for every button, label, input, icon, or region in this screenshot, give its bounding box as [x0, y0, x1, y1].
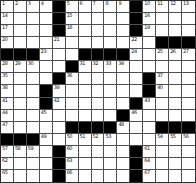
- cell-r1c6[interactable]: 5: [66, 1, 79, 13]
- cell-r6c7[interactable]: 31: [79, 61, 92, 73]
- cell-r5c12[interactable]: [143, 49, 156, 61]
- block-r8c12: [143, 85, 156, 97]
- cell-r12c13[interactable]: 54: [156, 134, 169, 146]
- cell-r12c15[interactable]: 56: [182, 134, 195, 146]
- cell-r1c4[interactable]: 4: [40, 1, 53, 13]
- clue-number: 19: [144, 25, 149, 30]
- block-r11c6: [66, 122, 79, 134]
- cell-r3c2[interactable]: [14, 25, 27, 37]
- block-r13c11: [130, 146, 143, 158]
- clue-number: 44: [2, 110, 7, 115]
- cell-r5c11[interactable]: 24: [130, 49, 143, 61]
- cell-r13c3[interactable]: 59: [27, 146, 40, 158]
- cell-r4c7[interactable]: [79, 37, 92, 49]
- cell-r6c5[interactable]: [53, 61, 66, 73]
- cell-r3c6[interactable]: 18: [66, 25, 79, 37]
- cell-r6c12[interactable]: [143, 61, 156, 73]
- cell-r2c3[interactable]: [27, 13, 40, 25]
- cell-r2c7[interactable]: [79, 13, 92, 25]
- cell-r8c13[interactable]: 40: [156, 85, 169, 97]
- cell-r6c13[interactable]: [156, 61, 169, 73]
- cell-r6c8[interactable]: 32: [92, 61, 105, 73]
- clue-number: 63: [67, 158, 72, 163]
- cell-r2c10[interactable]: [117, 13, 130, 25]
- cell-r7c15[interactable]: [182, 73, 195, 85]
- clue-number: 21: [54, 37, 59, 42]
- clue-number: 37: [157, 73, 162, 78]
- block-r11c9: [104, 122, 117, 134]
- cell-r14c8[interactable]: [92, 158, 105, 170]
- cell-r11c3[interactable]: [27, 122, 40, 134]
- block-r3c11: [130, 25, 143, 37]
- cell-r8c1[interactable]: 38: [1, 85, 14, 97]
- cell-r4c8[interactable]: [92, 37, 105, 49]
- clue-number: 4: [41, 1, 44, 6]
- clue-number: 46: [131, 110, 136, 115]
- cell-r7c9[interactable]: [104, 73, 117, 85]
- cell-r14c10[interactable]: [117, 158, 130, 170]
- block-r5c7: [79, 49, 92, 61]
- cell-r3c14[interactable]: [169, 25, 182, 37]
- cell-r10c9[interactable]: [104, 110, 117, 122]
- cell-r6c1[interactable]: 28: [1, 61, 14, 73]
- cell-r4c5[interactable]: 21: [53, 37, 66, 49]
- block-r11c8: [92, 122, 105, 134]
- clue-number: 43: [144, 98, 149, 103]
- cell-r1c7[interactable]: 6: [79, 1, 92, 13]
- cell-r14c6[interactable]: 63: [66, 158, 79, 170]
- cell-r4c11[interactable]: 22: [130, 37, 143, 49]
- cell-r8c14[interactable]: [169, 85, 182, 97]
- cell-r2c2[interactable]: [14, 13, 27, 25]
- block-r11c13: [156, 122, 169, 134]
- cell-r7c4[interactable]: [40, 73, 53, 85]
- block-r5c2: [14, 49, 27, 61]
- cell-r10c8[interactable]: [92, 110, 105, 122]
- block-r13c5: [53, 146, 66, 158]
- cell-r14c12[interactable]: 64: [143, 158, 156, 170]
- clue-number: 7: [93, 1, 96, 6]
- clue-number: 61: [144, 146, 149, 151]
- cell-r5c4[interactable]: 23: [40, 49, 53, 61]
- cell-r6c15[interactable]: [182, 61, 195, 73]
- clue-number: 64: [144, 158, 149, 163]
- cell-r1c3[interactable]: 3: [27, 1, 40, 13]
- clue-number: 52: [93, 134, 98, 139]
- cell-r2c14[interactable]: [169, 13, 182, 25]
- clue-number: 59: [28, 146, 33, 151]
- cell-r14c3[interactable]: [27, 158, 40, 170]
- clue-number: 47: [2, 122, 7, 127]
- cell-r15c1[interactable]: 65: [1, 170, 14, 182]
- clue-number: 13: [183, 1, 188, 6]
- cell-r5c5[interactable]: [53, 49, 66, 61]
- cell-r7c2[interactable]: [14, 73, 27, 85]
- block-r4c14: [169, 37, 182, 49]
- cell-r10c4[interactable]: 45: [40, 110, 53, 122]
- cell-r3c9[interactable]: [104, 25, 117, 37]
- cell-r3c12[interactable]: 19: [143, 25, 156, 37]
- clue-number: 40: [157, 85, 162, 90]
- cell-r15c8[interactable]: [92, 170, 105, 182]
- cell-r12c5[interactable]: [53, 134, 66, 146]
- block-r15c11: [130, 170, 143, 182]
- clue-number: 15: [67, 13, 72, 18]
- block-r9c11: [130, 98, 143, 110]
- clue-number: 48: [118, 122, 123, 127]
- cell-r9c14[interactable]: [169, 98, 182, 110]
- cell-r8c5[interactable]: 39: [53, 85, 66, 97]
- cell-r14c15[interactable]: [182, 158, 195, 170]
- cell-r8c9[interactable]: [104, 85, 117, 97]
- clue-number: 27: [183, 49, 188, 54]
- clue-number: 22: [131, 37, 136, 42]
- clue-number: 65: [2, 170, 7, 175]
- clue-number: 16: [144, 13, 149, 18]
- cell-r1c8[interactable]: 7: [92, 1, 105, 13]
- cell-r3c10[interactable]: [117, 25, 130, 37]
- cell-r3c3[interactable]: [27, 25, 40, 37]
- cell-r9c6[interactable]: [66, 98, 79, 110]
- cell-r10c1[interactable]: 44: [1, 110, 14, 122]
- cell-r8c10[interactable]: [117, 85, 130, 97]
- cell-r1c15[interactable]: 13: [182, 1, 195, 13]
- clue-number: 36: [67, 73, 72, 78]
- clue-number: 25: [157, 49, 162, 54]
- cell-r7c8[interactable]: [92, 73, 105, 85]
- cell-r13c6[interactable]: 60: [66, 146, 79, 158]
- cell-r2c9[interactable]: [104, 13, 117, 25]
- clue-number: 53: [105, 134, 110, 139]
- cell-r10c5[interactable]: [53, 110, 66, 122]
- block-r11c7: [79, 122, 92, 134]
- clue-number: 3: [28, 1, 31, 6]
- cell-r9c3[interactable]: [27, 98, 40, 110]
- clue-number: 35: [2, 73, 7, 78]
- clue-number: 39: [54, 85, 59, 90]
- block-r14c5: [53, 158, 66, 170]
- clue-number: 8: [105, 1, 108, 6]
- clue-number: 18: [67, 25, 72, 30]
- cell-r13c1[interactable]: 57: [1, 146, 14, 158]
- clue-number: 17: [2, 25, 7, 30]
- cell-r5c13[interactable]: 25: [156, 49, 169, 61]
- clue-number: 9: [118, 1, 121, 6]
- clue-number: 58: [15, 146, 20, 151]
- cell-r9c13[interactable]: [156, 98, 169, 110]
- cell-r13c7[interactable]: [79, 146, 92, 158]
- cell-r1c12[interactable]: 10: [143, 1, 156, 13]
- cell-r10c11[interactable]: 46: [130, 110, 143, 122]
- cell-r12c14[interactable]: 55: [169, 134, 182, 146]
- cell-r1c2[interactable]: 2: [14, 1, 27, 13]
- clue-number: 38: [2, 85, 7, 90]
- cell-r7c14[interactable]: [169, 73, 182, 85]
- cell-r15c14[interactable]: [169, 170, 182, 182]
- cell-r10c3[interactable]: [27, 110, 40, 122]
- cell-r10c7[interactable]: [79, 110, 92, 122]
- cell-r1c9[interactable]: 8: [104, 1, 117, 13]
- block-r5c10: [117, 49, 130, 61]
- cell-r2c15[interactable]: [182, 13, 195, 25]
- cell-r12c9[interactable]: 53: [104, 134, 117, 146]
- cell-r5c15[interactable]: 27: [182, 49, 195, 61]
- cell-r13c9[interactable]: [104, 146, 117, 158]
- block-r5c3: [27, 49, 40, 61]
- cell-r9c2[interactable]: [14, 98, 27, 110]
- cell-r8c2[interactable]: [14, 85, 27, 97]
- cell-r10c15[interactable]: [182, 110, 195, 122]
- cell-r11c5[interactable]: [53, 122, 66, 134]
- block-r5c9: [104, 49, 117, 61]
- cell-r14c14[interactable]: [169, 158, 182, 170]
- clue-number: 32: [93, 61, 98, 66]
- cell-r4c9[interactable]: [104, 37, 117, 49]
- cell-r7c11[interactable]: [130, 73, 143, 85]
- cell-r4c2[interactable]: [14, 37, 27, 49]
- block-r1c5: [53, 1, 66, 13]
- clue-number: 62: [2, 158, 7, 163]
- cell-r11c2[interactable]: [14, 122, 27, 134]
- block-r6c6: [66, 61, 79, 73]
- cell-r11c11[interactable]: [130, 122, 143, 134]
- cell-r10c2[interactable]: [14, 110, 27, 122]
- block-r2c5: [53, 13, 66, 25]
- crossword-board: 1234567891011121314151617181920212223242…: [0, 0, 196, 183]
- cell-r13c15[interactable]: [182, 146, 195, 158]
- cell-r10c13[interactable]: [156, 110, 169, 122]
- clue-number: 31: [80, 61, 85, 66]
- cell-r14c1[interactable]: 62: [1, 158, 14, 170]
- cell-r9c12[interactable]: 43: [143, 98, 156, 110]
- cell-r12c8[interactable]: 52: [92, 134, 105, 146]
- clue-number: 51: [80, 134, 85, 139]
- clue-number: 42: [54, 98, 59, 103]
- cell-r4c4[interactable]: [40, 37, 53, 49]
- block-r12c2: [14, 134, 27, 146]
- cell-r12c6[interactable]: 50: [66, 134, 79, 146]
- cell-r3c15[interactable]: [182, 25, 195, 37]
- block-r4c15: [182, 37, 195, 49]
- cell-r8c7[interactable]: [79, 85, 92, 97]
- clue-number: 33: [105, 61, 110, 66]
- block-r8c4: [40, 85, 53, 97]
- block-r5c1: [1, 49, 14, 61]
- cell-r9c5[interactable]: 42: [53, 98, 66, 110]
- cell-r5c14[interactable]: 26: [169, 49, 182, 61]
- block-r12c1: [1, 134, 14, 146]
- cell-r6c3[interactable]: 30: [27, 61, 40, 73]
- cell-r8c11[interactable]: [130, 85, 143, 97]
- clue-number: 20: [2, 37, 7, 42]
- cell-r6c4[interactable]: [40, 61, 53, 73]
- cell-r4c12[interactable]: [143, 37, 156, 49]
- cell-r3c13[interactable]: [156, 25, 169, 37]
- cell-r15c2[interactable]: [14, 170, 27, 182]
- cell-r8c6[interactable]: [66, 85, 79, 97]
- cell-r15c13[interactable]: [156, 170, 169, 182]
- cell-r12c11[interactable]: [130, 134, 143, 146]
- cell-r3c8[interactable]: [92, 25, 105, 37]
- cell-r3c7[interactable]: [79, 25, 92, 37]
- block-r12c3: [27, 134, 40, 146]
- clue-number: 29: [15, 61, 20, 66]
- block-r10c10: [117, 110, 130, 122]
- cell-r12c12[interactable]: [143, 134, 156, 146]
- cell-r11c10[interactable]: 48: [117, 122, 130, 134]
- clue-number: 56: [183, 134, 188, 139]
- cell-r7c10[interactable]: [117, 73, 130, 85]
- cell-r15c6[interactable]: 66: [66, 170, 79, 182]
- clue-number: 5: [67, 1, 70, 6]
- block-r11c14: [169, 122, 182, 134]
- clue-number: 41: [2, 98, 7, 103]
- cell-r7c1[interactable]: 35: [1, 73, 14, 85]
- clue-number: 49: [41, 134, 46, 139]
- cell-r12c10[interactable]: [117, 134, 130, 146]
- cell-r9c15[interactable]: [182, 98, 195, 110]
- cell-r4c10[interactable]: [117, 37, 130, 49]
- cell-r15c10[interactable]: [117, 170, 130, 182]
- cell-r10c6[interactable]: [66, 110, 79, 122]
- cell-r2c12[interactable]: 16: [143, 13, 156, 25]
- cell-r6c10[interactable]: 34: [117, 61, 130, 73]
- cell-r13c14[interactable]: [169, 146, 182, 158]
- cell-r14c4[interactable]: [40, 158, 53, 170]
- cell-r7c6[interactable]: 36: [66, 73, 79, 85]
- clue-number: 66: [67, 170, 72, 175]
- clue-number: 57: [2, 146, 7, 151]
- clue-number: 1: [2, 1, 5, 6]
- cell-r11c4[interactable]: [40, 122, 53, 134]
- cell-r13c12[interactable]: 61: [143, 146, 156, 158]
- cell-r9c8[interactable]: [92, 98, 105, 110]
- cell-r12c7[interactable]: 51: [79, 134, 92, 146]
- cell-r9c9[interactable]: [104, 98, 117, 110]
- block-r2c11: [130, 13, 143, 25]
- cell-r1c1[interactable]: 1: [1, 1, 14, 13]
- block-r5c8: [92, 49, 105, 61]
- block-r4c13: [156, 37, 169, 49]
- cell-r2c6[interactable]: 15: [66, 13, 79, 25]
- cell-r12c4[interactable]: 49: [40, 134, 53, 146]
- clue-number: 45: [41, 110, 46, 115]
- cell-r8c3[interactable]: [27, 85, 40, 97]
- cell-r11c1[interactable]: 47: [1, 122, 14, 134]
- clue-number: 12: [170, 1, 175, 6]
- cell-r7c7[interactable]: [79, 73, 92, 85]
- cell-r15c15[interactable]: [182, 170, 195, 182]
- cell-r10c12[interactable]: [143, 110, 156, 122]
- block-r11c15: [182, 122, 195, 134]
- clue-number: 11: [157, 1, 162, 6]
- clue-number: 6: [80, 1, 83, 6]
- cell-r15c3[interactable]: [27, 170, 40, 182]
- block-r3c5: [53, 25, 66, 37]
- clue-number: 23: [41, 49, 46, 54]
- block-r7c5: [53, 73, 66, 85]
- cell-r9c10[interactable]: [117, 98, 130, 110]
- cell-r1c13[interactable]: 11: [156, 1, 169, 13]
- clue-number: 50: [67, 134, 72, 139]
- cell-r13c4[interactable]: [40, 146, 53, 158]
- cell-r14c2[interactable]: [14, 158, 27, 170]
- block-r14c11: [130, 158, 143, 170]
- clue-number: 55: [170, 134, 175, 139]
- cell-r2c8[interactable]: [92, 13, 105, 25]
- cell-r2c13[interactable]: [156, 13, 169, 25]
- cell-r14c13[interactable]: [156, 158, 169, 170]
- cell-r6c11[interactable]: [130, 61, 143, 73]
- cell-r3c4[interactable]: [40, 25, 53, 37]
- cell-r2c4[interactable]: [40, 13, 53, 25]
- cell-r15c4[interactable]: [40, 170, 53, 182]
- cell-r9c1[interactable]: 41: [1, 98, 14, 110]
- cell-r4c1[interactable]: 20: [1, 37, 14, 49]
- cell-r14c9[interactable]: [104, 158, 117, 170]
- cell-r14c7[interactable]: [79, 158, 92, 170]
- clue-number: 14: [2, 13, 7, 18]
- clue-number: 67: [144, 170, 149, 175]
- cell-r11c12[interactable]: [143, 122, 156, 134]
- clue-number: 60: [67, 146, 72, 151]
- clue-number: 30: [28, 61, 33, 66]
- block-r15c5: [53, 170, 66, 182]
- clue-number: 54: [157, 134, 162, 139]
- cell-r8c15[interactable]: [182, 85, 195, 97]
- cell-r15c12[interactable]: 67: [143, 170, 156, 182]
- cell-r7c13[interactable]: 37: [156, 73, 169, 85]
- cell-r4c3[interactable]: [27, 37, 40, 49]
- cell-r6c9[interactable]: 33: [104, 61, 117, 73]
- cell-r4c6[interactable]: [66, 37, 79, 49]
- clue-number: 24: [131, 49, 136, 54]
- cell-r15c9[interactable]: [104, 170, 117, 182]
- cell-r1c10[interactable]: 9: [117, 1, 130, 13]
- cell-r3c1[interactable]: 17: [1, 25, 14, 37]
- cell-r9c7[interactable]: [79, 98, 92, 110]
- cell-r2c1[interactable]: 14: [1, 13, 14, 25]
- clue-number: 34: [118, 61, 123, 66]
- cell-r13c8[interactable]: [92, 146, 105, 158]
- cell-r13c13[interactable]: [156, 146, 169, 158]
- cell-r6c14[interactable]: [169, 61, 182, 73]
- cell-r15c7[interactable]: [79, 170, 92, 182]
- block-r1c11: [130, 1, 143, 13]
- cell-r5c6[interactable]: [66, 49, 79, 61]
- cell-r6c2[interactable]: 29: [14, 61, 27, 73]
- block-r9c4: [40, 98, 53, 110]
- cell-r13c10[interactable]: [117, 146, 130, 158]
- clue-number: 10: [144, 1, 149, 6]
- cell-r13c2[interactable]: 58: [14, 146, 27, 158]
- block-r7c12: [143, 73, 156, 85]
- cell-r10c14[interactable]: [169, 110, 182, 122]
- clue-number: 2: [15, 1, 18, 6]
- cell-r8c8[interactable]: [92, 85, 105, 97]
- cell-r7c3[interactable]: [27, 73, 40, 85]
- clue-number: 26: [170, 49, 175, 54]
- clue-number: 28: [2, 61, 7, 66]
- cell-r1c14[interactable]: 12: [169, 1, 182, 13]
